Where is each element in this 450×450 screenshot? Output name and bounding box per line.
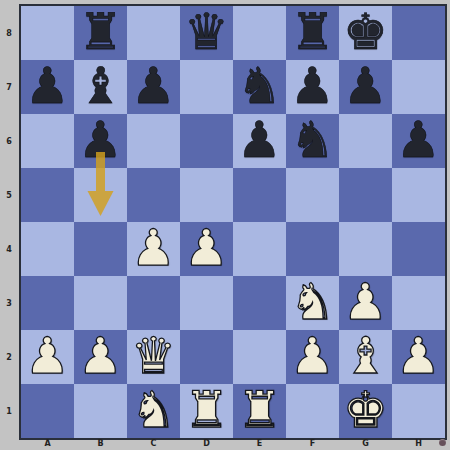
square-b6[interactable]: ♟ — [74, 114, 127, 168]
square-c8[interactable] — [127, 6, 180, 60]
rank-label-8: 8 — [0, 29, 18, 38]
square-g7[interactable]: ♟ — [339, 60, 392, 114]
square-d1[interactable]: ♜ — [180, 384, 233, 438]
square-h4[interactable] — [392, 222, 445, 276]
file-label-f: F — [286, 438, 339, 450]
square-f2[interactable]: ♟ — [286, 330, 339, 384]
square-a3[interactable] — [21, 276, 74, 330]
piece-white-knight: ♞ — [290, 275, 335, 329]
piece-white-pawn: ♟ — [343, 275, 388, 329]
square-a4[interactable] — [21, 222, 74, 276]
rank-label-2: 2 — [0, 353, 18, 362]
piece-black-pawn: ♟ — [396, 113, 441, 167]
file-label-d: D — [180, 438, 233, 450]
square-a1[interactable] — [21, 384, 74, 438]
piece-white-pawn: ♟ — [131, 221, 176, 275]
square-a5[interactable] — [21, 168, 74, 222]
square-f1[interactable] — [286, 384, 339, 438]
rank-label-6: 6 — [0, 137, 18, 146]
piece-black-knight: ♞ — [237, 59, 282, 113]
file-label-h: H — [392, 438, 445, 450]
rank-label-3: 3 — [0, 299, 18, 308]
square-g3[interactable]: ♟ — [339, 276, 392, 330]
piece-black-pawn: ♟ — [290, 59, 335, 113]
square-g8[interactable]: ♚ — [339, 6, 392, 60]
square-g4[interactable] — [339, 222, 392, 276]
square-a8[interactable] — [21, 6, 74, 60]
square-a7[interactable]: ♟ — [21, 60, 74, 114]
square-b3[interactable] — [74, 276, 127, 330]
square-f5[interactable] — [286, 168, 339, 222]
square-e2[interactable] — [233, 330, 286, 384]
file-label-a: A — [21, 438, 74, 450]
square-b4[interactable] — [74, 222, 127, 276]
piece-white-pawn: ♟ — [78, 329, 123, 383]
file-label-c: C — [127, 438, 180, 450]
square-h7[interactable] — [392, 60, 445, 114]
piece-white-pawn: ♟ — [25, 329, 70, 383]
square-c6[interactable] — [127, 114, 180, 168]
square-c1[interactable]: ♞ — [127, 384, 180, 438]
corner-logo-dot — [439, 439, 446, 446]
square-d6[interactable] — [180, 114, 233, 168]
piece-black-knight: ♞ — [290, 113, 335, 167]
square-h8[interactable] — [392, 6, 445, 60]
square-d4[interactable]: ♟ — [180, 222, 233, 276]
square-g1[interactable]: ♚ — [339, 384, 392, 438]
square-g6[interactable] — [339, 114, 392, 168]
piece-white-pawn: ♟ — [396, 329, 441, 383]
piece-black-pawn: ♟ — [343, 59, 388, 113]
square-b7[interactable]: ♝ — [74, 60, 127, 114]
square-d8[interactable]: ♛ — [180, 6, 233, 60]
square-e8[interactable] — [233, 6, 286, 60]
chess-board: ♜♛♜♚♟♝♟♞♟♟♟♟♞♟♟♟♞♟♟♟♛♟♝♟♞♜♜♚ — [19, 4, 447, 440]
square-h6[interactable]: ♟ — [392, 114, 445, 168]
square-g5[interactable] — [339, 168, 392, 222]
file-label-e: E — [233, 438, 286, 450]
file-label-g: G — [339, 438, 392, 450]
square-c2[interactable]: ♛ — [127, 330, 180, 384]
rank-label-7: 7 — [0, 83, 18, 92]
piece-black-pawn: ♟ — [78, 113, 123, 167]
square-c4[interactable]: ♟ — [127, 222, 180, 276]
square-e4[interactable] — [233, 222, 286, 276]
square-e3[interactable] — [233, 276, 286, 330]
piece-black-pawn: ♟ — [237, 113, 282, 167]
piece-white-pawn: ♟ — [184, 221, 229, 275]
piece-white-king: ♚ — [343, 383, 388, 437]
square-h3[interactable] — [392, 276, 445, 330]
piece-white-rook: ♜ — [237, 383, 282, 437]
square-f6[interactable]: ♞ — [286, 114, 339, 168]
piece-black-pawn: ♟ — [131, 59, 176, 113]
piece-white-knight: ♞ — [131, 383, 176, 437]
square-a2[interactable]: ♟ — [21, 330, 74, 384]
piece-black-queen: ♛ — [184, 5, 229, 59]
piece-black-rook: ♜ — [78, 5, 123, 59]
square-e7[interactable]: ♞ — [233, 60, 286, 114]
square-f3[interactable]: ♞ — [286, 276, 339, 330]
square-c3[interactable] — [127, 276, 180, 330]
square-d7[interactable] — [180, 60, 233, 114]
chess-board-app: ♜♛♜♚♟♝♟♞♟♟♟♟♞♟♟♟♞♟♟♟♛♟♝♟♞♜♜♚ 87654321ABC… — [0, 0, 450, 450]
square-h1[interactable] — [392, 384, 445, 438]
piece-black-bishop: ♝ — [78, 59, 123, 113]
square-b1[interactable] — [74, 384, 127, 438]
piece-white-rook: ♜ — [184, 383, 229, 437]
square-h2[interactable]: ♟ — [392, 330, 445, 384]
square-h5[interactable] — [392, 168, 445, 222]
piece-black-king: ♚ — [343, 5, 388, 59]
square-e5[interactable] — [233, 168, 286, 222]
square-d5[interactable] — [180, 168, 233, 222]
piece-white-bishop: ♝ — [343, 329, 388, 383]
square-b5[interactable] — [74, 168, 127, 222]
square-b8[interactable]: ♜ — [74, 6, 127, 60]
square-g2[interactable]: ♝ — [339, 330, 392, 384]
piece-black-pawn: ♟ — [25, 59, 70, 113]
square-d2[interactable] — [180, 330, 233, 384]
square-f8[interactable]: ♜ — [286, 6, 339, 60]
square-e1[interactable]: ♜ — [233, 384, 286, 438]
piece-black-rook: ♜ — [290, 5, 335, 59]
square-b2[interactable]: ♟ — [74, 330, 127, 384]
square-f7[interactable]: ♟ — [286, 60, 339, 114]
square-a6[interactable] — [21, 114, 74, 168]
file-label-b: B — [74, 438, 127, 450]
rank-label-1: 1 — [0, 407, 18, 416]
square-f4[interactable] — [286, 222, 339, 276]
square-c5[interactable] — [127, 168, 180, 222]
rank-label-5: 5 — [0, 191, 18, 200]
square-e6[interactable]: ♟ — [233, 114, 286, 168]
piece-white-queen: ♛ — [131, 329, 176, 383]
rank-label-4: 4 — [0, 245, 18, 254]
square-d3[interactable] — [180, 276, 233, 330]
square-c7[interactable]: ♟ — [127, 60, 180, 114]
piece-white-pawn: ♟ — [290, 329, 335, 383]
